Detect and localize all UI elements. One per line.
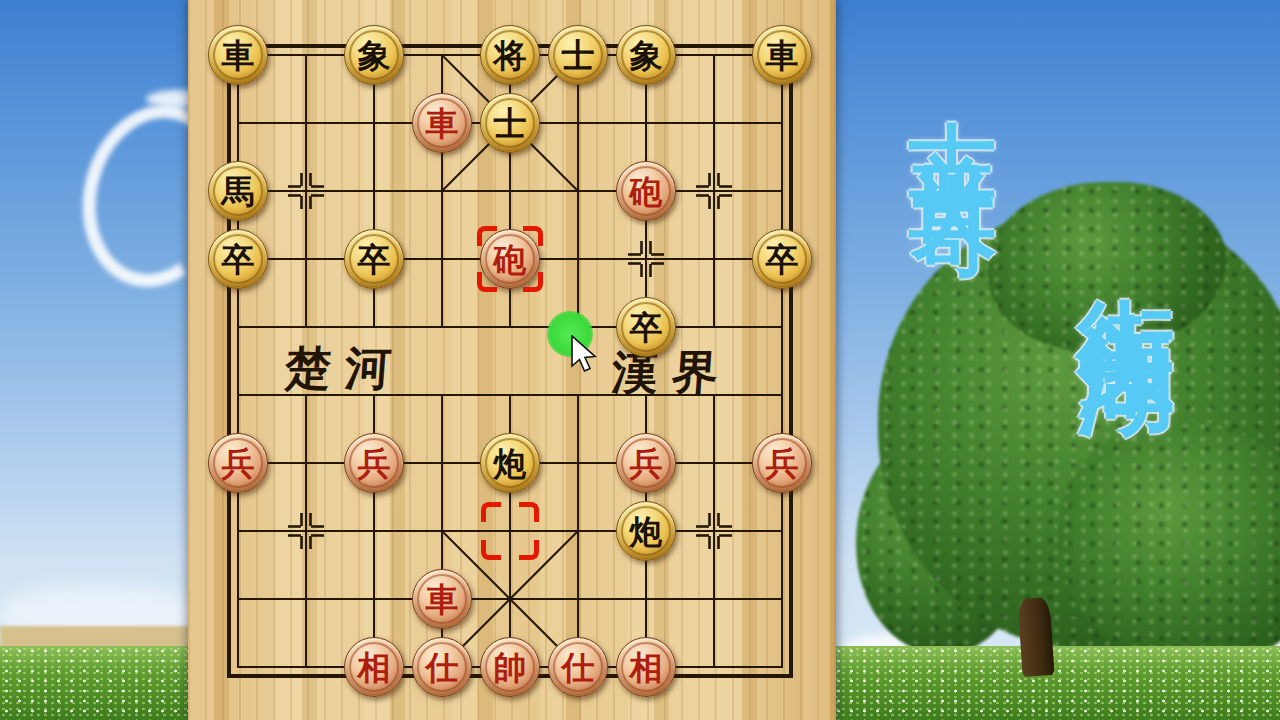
piece-glyph: 卒 bbox=[209, 230, 267, 288]
piece-r-pao[interactable]: 砲 bbox=[616, 161, 676, 221]
piece-r-xiang[interactable]: 相 bbox=[344, 637, 404, 697]
piece-r-bing[interactable]: 兵 bbox=[208, 433, 268, 493]
piece-glyph: 仕 bbox=[413, 638, 471, 696]
board-grid[interactable]: 車象将士象車車士馬砲卒卒砲卒卒兵兵炮兵兵炮車相仕帥仕相 bbox=[204, 21, 816, 701]
piece-b-pao[interactable]: 炮 bbox=[480, 433, 540, 493]
piece-glyph: 砲 bbox=[481, 230, 539, 288]
piece-glyph: 車 bbox=[413, 94, 471, 152]
piece-r-shuai[interactable]: 帥 bbox=[480, 637, 540, 697]
tree-trunk bbox=[1017, 597, 1054, 677]
piece-glyph: 車 bbox=[209, 26, 267, 84]
piece-r-bing[interactable]: 兵 bbox=[344, 433, 404, 493]
piece-glyph: 相 bbox=[345, 638, 403, 696]
game-screen: 楚河 漢界 車象将士象車車士馬砲卒卒砲卒卒兵兵炮兵兵炮車相仕帥仕相 古普大哥 街… bbox=[0, 0, 1280, 720]
piece-b-jiang[interactable]: 将 bbox=[480, 25, 540, 85]
piece-r-bing[interactable]: 兵 bbox=[752, 433, 812, 493]
piece-b-shi[interactable]: 士 bbox=[548, 25, 608, 85]
piece-glyph: 炮 bbox=[617, 502, 675, 560]
piece-glyph: 兵 bbox=[753, 434, 811, 492]
piece-b-zu[interactable]: 卒 bbox=[616, 297, 676, 357]
piece-glyph: 卒 bbox=[617, 298, 675, 356]
piece-glyph: 車 bbox=[413, 570, 471, 628]
piece-b-xiang[interactable]: 象 bbox=[344, 25, 404, 85]
piece-glyph: 帥 bbox=[481, 638, 539, 696]
piece-glyph: 兵 bbox=[617, 434, 675, 492]
piece-b-xiang[interactable]: 象 bbox=[616, 25, 676, 85]
piece-b-ma[interactable]: 馬 bbox=[208, 161, 268, 221]
caption-jie-tou-jiang-hu: 街头江湖 bbox=[1061, 220, 1193, 276]
piece-glyph: 士 bbox=[549, 26, 607, 84]
piece-r-shi[interactable]: 仕 bbox=[412, 637, 472, 697]
piece-b-ju[interactable]: 車 bbox=[752, 25, 812, 85]
piece-r-bing[interactable]: 兵 bbox=[616, 433, 676, 493]
piece-glyph: 相 bbox=[617, 638, 675, 696]
piece-glyph: 車 bbox=[753, 26, 811, 84]
piece-glyph: 兵 bbox=[345, 434, 403, 492]
piece-glyph: 将 bbox=[481, 26, 539, 84]
piece-glyph: 象 bbox=[345, 26, 403, 84]
piece-r-ju[interactable]: 車 bbox=[412, 93, 472, 153]
piece-r-shi[interactable]: 仕 bbox=[548, 637, 608, 697]
piece-glyph: 象 bbox=[617, 26, 675, 84]
caption-gu-pu-da-ge: 古普大哥 bbox=[894, 50, 1013, 154]
piece-b-zu[interactable]: 卒 bbox=[752, 229, 812, 289]
piece-b-zu[interactable]: 卒 bbox=[344, 229, 404, 289]
piece-glyph: 卒 bbox=[753, 230, 811, 288]
piece-b-pao[interactable]: 炮 bbox=[616, 501, 676, 561]
piece-b-ju[interactable]: 車 bbox=[208, 25, 268, 85]
piece-glyph: 仕 bbox=[549, 638, 607, 696]
piece-glyph: 馬 bbox=[209, 162, 267, 220]
piece-b-shi[interactable]: 士 bbox=[480, 93, 540, 153]
piece-glyph: 炮 bbox=[481, 434, 539, 492]
piece-b-zu[interactable]: 卒 bbox=[208, 229, 268, 289]
piece-glyph: 卒 bbox=[345, 230, 403, 288]
mouse-cursor bbox=[571, 335, 601, 377]
piece-r-ju[interactable]: 車 bbox=[412, 569, 472, 629]
piece-r-pao[interactable]: 砲 bbox=[480, 229, 540, 289]
piece-glyph: 兵 bbox=[209, 434, 267, 492]
piece-r-xiang[interactable]: 相 bbox=[616, 637, 676, 697]
piece-glyph: 士 bbox=[481, 94, 539, 152]
piece-glyph: 砲 bbox=[617, 162, 675, 220]
